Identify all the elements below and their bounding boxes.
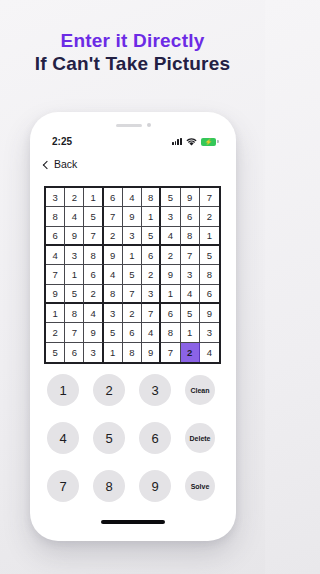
sudoku-cell[interactable]: 8	[65, 304, 84, 323]
sudoku-cell[interactable]: 1	[84, 188, 103, 207]
sudoku-cell[interactable]: 6	[200, 285, 219, 304]
sudoku-cell[interactable]: 3	[84, 343, 103, 362]
sudoku-cell[interactable]: 3	[181, 265, 200, 284]
sudoku-cell[interactable]: 2	[46, 323, 65, 342]
sudoku-cell[interactable]: 1	[46, 304, 65, 323]
sudoku-cell[interactable]: 9	[123, 207, 142, 226]
sudoku-cell[interactable]: 9	[65, 227, 84, 246]
sudoku-cell[interactable]: 1	[200, 227, 219, 246]
sudoku-cell[interactable]: 1	[142, 207, 161, 226]
solve-button[interactable]: Solve	[185, 471, 215, 501]
phone-top-hardware	[30, 123, 236, 127]
sudoku-cell[interactable]: 9	[181, 188, 200, 207]
sudoku-cell[interactable]: 5	[84, 207, 103, 226]
sudoku-cell[interactable]: 9	[200, 304, 219, 323]
chevron-left-icon	[43, 160, 51, 168]
sudoku-cell[interactable]: 6	[161, 304, 180, 323]
keypad-number-6[interactable]: 6	[139, 422, 171, 454]
sudoku-cell[interactable]: 2	[84, 285, 103, 304]
sudoku-cell-selected[interactable]: 2	[181, 343, 200, 362]
clean-button[interactable]: Clean	[185, 375, 215, 405]
sudoku-cell[interactable]: 7	[46, 265, 65, 284]
sudoku-cell[interactable]: 6	[84, 265, 103, 284]
sudoku-cell[interactable]: 1	[181, 323, 200, 342]
sudoku-cell[interactable]: 8	[181, 227, 200, 246]
status-time: 2:25	[52, 136, 72, 147]
page-headline: Enter it Directly If Can't Take Pictures	[0, 0, 265, 76]
battery-charging-icon: ⚡	[201, 138, 216, 146]
sudoku-cell[interactable]: 4	[181, 285, 200, 304]
back-button-label: Back	[54, 158, 77, 170]
sudoku-cell[interactable]: 5	[142, 227, 161, 246]
keypad-number-2[interactable]: 2	[93, 374, 125, 406]
sudoku-cell[interactable]: 5	[200, 246, 219, 265]
keypad-row: 789Solve	[47, 470, 215, 502]
keypad-number-9[interactable]: 9	[139, 470, 171, 502]
sudoku-cell[interactable]: 8	[46, 207, 65, 226]
sudoku-cell[interactable]: 2	[65, 188, 84, 207]
sudoku-cell[interactable]: 2	[200, 207, 219, 226]
sudoku-cell[interactable]: 7	[181, 246, 200, 265]
status-icons: ⚡	[172, 138, 216, 146]
sudoku-cell[interactable]: 4	[104, 265, 123, 284]
sudoku-cell[interactable]: 7	[123, 285, 142, 304]
sudoku-cell[interactable]: 7	[142, 304, 161, 323]
status-bar: 2:25 ⚡	[52, 136, 216, 147]
sudoku-cell[interactable]: 8	[200, 265, 219, 284]
sudoku-cell[interactable]: 1	[123, 246, 142, 265]
sudoku-cell[interactable]: 4	[161, 227, 180, 246]
keypad-number-7[interactable]: 7	[47, 470, 79, 502]
sudoku-cell[interactable]: 7	[65, 323, 84, 342]
sudoku-cell[interactable]: 4	[46, 246, 65, 265]
sudoku-cell[interactable]: 9	[104, 246, 123, 265]
headline-line-2: If Can't Take Pictures	[0, 53, 265, 76]
phone-mockup: 2:25 ⚡ Back 3216485978457913626972354814…	[30, 112, 236, 541]
sudoku-cell[interactable]: 1	[161, 285, 180, 304]
number-keypad: 123Clean456Delete789Solve	[47, 374, 215, 518]
headline-line-1: Enter it Directly	[0, 30, 265, 53]
sudoku-cell[interactable]: 6	[181, 207, 200, 226]
sudoku-cell[interactable]: 7	[161, 343, 180, 362]
speaker-icon	[116, 124, 142, 127]
sudoku-cell[interactable]: 5	[104, 323, 123, 342]
sudoku-cell[interactable]: 4	[84, 304, 103, 323]
sudoku-cell[interactable]: 7	[84, 227, 103, 246]
back-button[interactable]: Back	[44, 148, 77, 170]
sudoku-cell[interactable]: 2	[123, 304, 142, 323]
keypad-row: 123Clean	[47, 374, 215, 406]
sudoku-cell[interactable]: 1	[65, 265, 84, 284]
charging-bolt-icon: ⚡	[205, 139, 213, 145]
sudoku-cell[interactable]: 3	[161, 207, 180, 226]
sudoku-cell[interactable]: 2	[161, 246, 180, 265]
sudoku-cell[interactable]: 3	[46, 188, 65, 207]
sudoku-cell[interactable]: 4	[65, 207, 84, 226]
camera-dot-icon	[147, 123, 151, 127]
sudoku-cell[interactable]: 2	[104, 227, 123, 246]
keypad-number-3[interactable]: 3	[139, 374, 171, 406]
sudoku-cell[interactable]: 2	[142, 265, 161, 284]
sudoku-cell[interactable]: 6	[123, 323, 142, 342]
keypad-number-8[interactable]: 8	[93, 470, 125, 502]
sudoku-cell[interactable]: 3	[123, 227, 142, 246]
sudoku-cell[interactable]: 9	[84, 323, 103, 342]
keypad-number-4[interactable]: 4	[47, 422, 79, 454]
sudoku-cell[interactable]: 3	[65, 246, 84, 265]
sudoku-board: 3216485978457913626972354814389162757164…	[44, 186, 221, 364]
wifi-icon	[186, 138, 197, 146]
sudoku-cell[interactable]: 3	[142, 285, 161, 304]
home-indicator-handle[interactable]	[101, 520, 165, 524]
sudoku-cell[interactable]: 6	[104, 188, 123, 207]
sudoku-cell[interactable]: 7	[200, 188, 219, 207]
sudoku-cell[interactable]: 4	[123, 188, 142, 207]
keypad-number-5[interactable]: 5	[93, 422, 125, 454]
sudoku-cell[interactable]: 8	[104, 285, 123, 304]
sudoku-cell[interactable]: 3	[104, 304, 123, 323]
sudoku-cell[interactable]: 4	[200, 343, 219, 362]
sudoku-cell[interactable]: 9	[46, 285, 65, 304]
sudoku-cell[interactable]: 5	[65, 285, 84, 304]
sudoku-cell[interactable]: 5	[161, 188, 180, 207]
sudoku-cell[interactable]: 5	[46, 343, 65, 362]
sudoku-cell[interactable]: 3	[200, 323, 219, 342]
sudoku-cell[interactable]: 5	[181, 304, 200, 323]
keypad-row: 456Delete	[47, 422, 215, 454]
signal-bars-icon	[172, 138, 182, 146]
sudoku-cell[interactable]: 7	[104, 207, 123, 226]
sudoku-cell[interactable]: 9	[142, 343, 161, 362]
sudoku-cell[interactable]: 8	[161, 323, 180, 342]
keypad-number-1[interactable]: 1	[47, 374, 79, 406]
sudoku-cell[interactable]: 5	[123, 265, 142, 284]
sudoku-cell[interactable]: 1	[104, 343, 123, 362]
sudoku-cell[interactable]: 8	[142, 188, 161, 207]
sudoku-cell[interactable]: 6	[46, 227, 65, 246]
sudoku-cell[interactable]: 4	[142, 323, 161, 342]
sudoku-cell[interactable]: 8	[123, 343, 142, 362]
delete-button[interactable]: Delete	[185, 423, 215, 453]
sudoku-cell[interactable]: 8	[84, 246, 103, 265]
sudoku-cell[interactable]: 9	[161, 265, 180, 284]
sudoku-cell[interactable]: 6	[65, 343, 84, 362]
sudoku-cell[interactable]: 6	[142, 246, 161, 265]
